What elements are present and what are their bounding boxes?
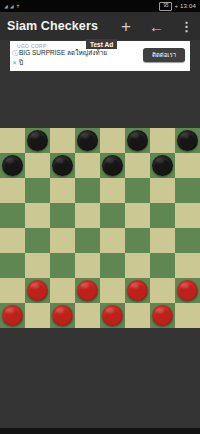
- overflow-menu-button[interactable]: ⋮: [180, 20, 193, 33]
- board-square[interactable]: [75, 178, 100, 203]
- checker-red[interactable]: ●: [52, 305, 73, 326]
- board-square[interactable]: [150, 178, 175, 203]
- board-square[interactable]: [150, 278, 175, 303]
- board-square[interactable]: [175, 153, 200, 178]
- status-icons: ◢ ◢ ✝: [4, 4, 20, 9]
- checker-red[interactable]: ●: [27, 280, 48, 301]
- checker-glyph: ●: [154, 155, 171, 176]
- board-square[interactable]: [150, 203, 175, 228]
- board-square[interactable]: [125, 178, 150, 203]
- board-square[interactable]: [25, 178, 50, 203]
- board-square[interactable]: [150, 228, 175, 253]
- board-square[interactable]: [150, 128, 175, 153]
- board-square[interactable]: ●: [100, 303, 125, 328]
- board-square[interactable]: [175, 253, 200, 278]
- status-clock: 13:04: [180, 3, 196, 9]
- checker-glyph: ●: [54, 155, 71, 176]
- app-bar: Siam Checkers + ← ⋮: [0, 12, 200, 40]
- board-square[interactable]: [50, 228, 75, 253]
- board-square[interactable]: ●: [50, 303, 75, 328]
- charging-indicator: +: [174, 3, 178, 9]
- board-square[interactable]: [75, 228, 100, 253]
- board-square[interactable]: ●: [125, 278, 150, 303]
- ad-close-icon[interactable]: ✕: [12, 60, 17, 66]
- board-square[interactable]: ●: [75, 278, 100, 303]
- board-square[interactable]: [0, 278, 25, 303]
- checker-black[interactable]: ●: [27, 130, 48, 151]
- checker-black[interactable]: ●: [127, 130, 148, 151]
- board-square[interactable]: ●: [50, 153, 75, 178]
- board-square[interactable]: [0, 178, 25, 203]
- status-bar: ◢ ◢ ✝ 95 + 13:04: [0, 0, 200, 12]
- ad-headline: BIG SURPRISE ลดใหญ่ส่งท้าย: [19, 50, 107, 57]
- checker-glyph: ●: [54, 305, 71, 326]
- board-square[interactable]: [175, 303, 200, 328]
- board-square[interactable]: [100, 278, 125, 303]
- checker-red[interactable]: ●: [77, 280, 98, 301]
- board-square[interactable]: [50, 203, 75, 228]
- checker-black[interactable]: ●: [2, 155, 23, 176]
- board-square[interactable]: ●: [0, 153, 25, 178]
- checker-black[interactable]: ●: [102, 155, 123, 176]
- checker-black[interactable]: ●: [152, 155, 173, 176]
- checker-glyph: ●: [129, 130, 146, 151]
- board-square[interactable]: [75, 303, 100, 328]
- app-title: Siam Checkers: [7, 19, 121, 33]
- checker-glyph: ●: [129, 280, 146, 301]
- board-square[interactable]: [50, 278, 75, 303]
- checker-glyph: ●: [104, 155, 121, 176]
- board-square[interactable]: [0, 128, 25, 153]
- ad-info-icon[interactable]: ⓘ: [12, 50, 18, 56]
- signal-icon-2: ◢: [10, 4, 14, 9]
- board-square[interactable]: ●: [175, 278, 200, 303]
- board-square[interactable]: [0, 253, 25, 278]
- board-square[interactable]: [125, 228, 150, 253]
- back-arrow-button[interactable]: ←: [149, 19, 164, 34]
- board-square[interactable]: ●: [25, 278, 50, 303]
- board-square[interactable]: [100, 178, 125, 203]
- checker-red[interactable]: ●: [102, 305, 123, 326]
- board-square[interactable]: [25, 253, 50, 278]
- board-square[interactable]: [75, 253, 100, 278]
- checker-red[interactable]: ●: [177, 280, 198, 301]
- board-square[interactable]: [0, 228, 25, 253]
- ad-banner[interactable]: Test Ad UGO CORP ⓘ BIG SURPRISE ลดใหญ่ส่…: [10, 41, 190, 71]
- checker-glyph: ●: [29, 130, 46, 151]
- ad-headline-wrap: ปี: [19, 60, 23, 67]
- board-square[interactable]: [125, 203, 150, 228]
- board-square[interactable]: ●: [125, 128, 150, 153]
- checker-black[interactable]: ●: [177, 130, 198, 151]
- ad-cta-button[interactable]: ติดต่อเรา: [143, 48, 185, 62]
- ad-area: Test Ad UGO CORP ⓘ BIG SURPRISE ลดใหญ่ส่…: [0, 40, 200, 128]
- board-square[interactable]: [25, 303, 50, 328]
- checker-black[interactable]: ●: [52, 155, 73, 176]
- board-square[interactable]: [125, 303, 150, 328]
- board-square[interactable]: [75, 203, 100, 228]
- board-square[interactable]: [150, 253, 175, 278]
- status-right: 95 + 13:04: [159, 2, 196, 11]
- checker-glyph: ●: [4, 305, 21, 326]
- board-square[interactable]: [100, 253, 125, 278]
- checker-glyph: ●: [104, 305, 121, 326]
- board-square[interactable]: [175, 228, 200, 253]
- board: ●●●●●●●●●●●●●●●●: [0, 128, 200, 328]
- checker-glyph: ●: [179, 280, 196, 301]
- board-square[interactable]: [100, 128, 125, 153]
- ad-headline-row: ⓘ BIG SURPRISE ลดใหญ่ส่งท้าย: [12, 50, 107, 57]
- board-square[interactable]: [25, 153, 50, 178]
- checker-glyph: ●: [79, 130, 96, 151]
- gesture-nav-bar[interactable]: [0, 428, 200, 434]
- checker-glyph: ●: [179, 130, 196, 151]
- checker-red[interactable]: ●: [152, 305, 173, 326]
- board-square[interactable]: [100, 203, 125, 228]
- network-indicator-icon: ✝: [16, 4, 20, 9]
- test-ad-badge: Test Ad: [86, 39, 117, 49]
- battery-icon: 95: [159, 2, 172, 11]
- board-square[interactable]: [125, 253, 150, 278]
- board-square[interactable]: [25, 228, 50, 253]
- board-square[interactable]: [75, 153, 100, 178]
- new-game-button[interactable]: +: [121, 18, 131, 35]
- board-square[interactable]: ●: [150, 303, 175, 328]
- board-square[interactable]: [50, 253, 75, 278]
- signal-icon: ◢: [4, 4, 8, 9]
- board-square[interactable]: [25, 203, 50, 228]
- board-square[interactable]: ●: [0, 303, 25, 328]
- board-square[interactable]: ●: [75, 128, 100, 153]
- checker-glyph: ●: [29, 280, 46, 301]
- board-square[interactable]: [175, 178, 200, 203]
- checker-black[interactable]: ●: [77, 130, 98, 151]
- footer-area: [0, 328, 200, 434]
- checker-red[interactable]: ●: [2, 305, 23, 326]
- board-square[interactable]: [50, 178, 75, 203]
- board-square[interactable]: [125, 153, 150, 178]
- checker-glyph: ●: [79, 280, 96, 301]
- board-square[interactable]: ●: [100, 153, 125, 178]
- board-square[interactable]: [175, 203, 200, 228]
- board-square[interactable]: [50, 128, 75, 153]
- board-square[interactable]: ●: [25, 128, 50, 153]
- board-square[interactable]: [100, 228, 125, 253]
- board-square[interactable]: ●: [150, 153, 175, 178]
- ad-close-row: ✕ ปี: [12, 60, 23, 67]
- board-square[interactable]: ●: [175, 128, 200, 153]
- checker-glyph: ●: [4, 155, 21, 176]
- board-square[interactable]: [0, 203, 25, 228]
- checker-glyph: ●: [154, 305, 171, 326]
- checker-red[interactable]: ●: [127, 280, 148, 301]
